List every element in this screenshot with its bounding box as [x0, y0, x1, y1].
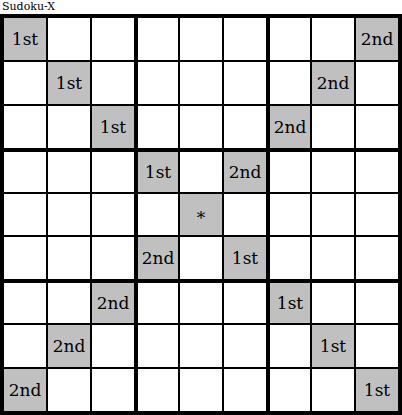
cell-r6c4[interactable]: 2nd [136, 237, 178, 279]
cell-r7c9[interactable] [356, 281, 398, 323]
cell-r4c4[interactable]: 1st [136, 150, 178, 192]
cell-r7c8[interactable] [312, 281, 354, 323]
cell-r1c4[interactable] [136, 18, 178, 60]
cell-r6c3[interactable] [92, 237, 134, 279]
cell-r6c7[interactable] [268, 237, 310, 279]
cell-r2c3[interactable] [92, 62, 134, 104]
cell-label: 2nd [97, 293, 130, 313]
cell-r3c9[interactable] [356, 106, 398, 148]
cell-r4c3[interactable] [92, 150, 134, 192]
cell-label: 2nd [317, 73, 350, 93]
cell-r1c3[interactable] [92, 18, 134, 60]
cell-label: 2nd [229, 162, 262, 182]
cell-r3c6[interactable] [224, 106, 266, 148]
cell-r1c7[interactable] [268, 18, 310, 60]
cell-r4c7[interactable] [268, 150, 310, 192]
cell-r8c1[interactable] [4, 325, 46, 367]
cell-label: 2nd [274, 117, 307, 137]
cell-r2c5[interactable] [180, 62, 222, 104]
cell-r3c2[interactable] [48, 106, 90, 148]
cell-r7c4[interactable] [136, 281, 178, 323]
cell-r7c7[interactable]: 1st [268, 281, 310, 323]
cell-r5c6[interactable] [224, 194, 266, 236]
cell-r3c5[interactable] [180, 106, 222, 148]
cell-r3c1[interactable] [4, 106, 46, 148]
cell-r9c1[interactable]: 2nd [4, 369, 46, 411]
cell-r6c6[interactable]: 1st [224, 237, 266, 279]
cell-r5c4[interactable] [136, 194, 178, 236]
cell-r2c6[interactable] [224, 62, 266, 104]
cell-r8c6[interactable] [224, 325, 266, 367]
cell-r9c3[interactable] [92, 369, 134, 411]
cell-r2c7[interactable] [268, 62, 310, 104]
cell-r1c1[interactable]: 1st [4, 18, 46, 60]
cell-r7c1[interactable] [4, 281, 46, 323]
cell-r1c2[interactable] [48, 18, 90, 60]
cell-r4c6[interactable]: 2nd [224, 150, 266, 192]
cell-r4c8[interactable] [312, 150, 354, 192]
cell-r5c5[interactable]: * [180, 194, 222, 236]
cell-r7c5[interactable] [180, 281, 222, 323]
cell-r9c8[interactable] [312, 369, 354, 411]
cell-label: 1st [100, 117, 126, 137]
cell-r8c9[interactable] [356, 325, 398, 367]
cell-label: 2nd [9, 380, 42, 400]
cell-r5c7[interactable] [268, 194, 310, 236]
cell-r2c4[interactable] [136, 62, 178, 104]
cell-r9c9[interactable]: 1st [356, 369, 398, 411]
cell-label: 2nd [53, 336, 86, 356]
cell-r9c4[interactable] [136, 369, 178, 411]
cell-r3c8[interactable] [312, 106, 354, 148]
cell-r3c7[interactable]: 2nd [268, 106, 310, 148]
sudoku-x-diagram: Sudoku-X 1st2nd1st2nd1st2nd1st2nd*2nd1st… [0, 0, 402, 415]
cell-label: 1st [56, 73, 82, 93]
cell-label: 1st [145, 162, 171, 182]
cell-label: 1st [232, 248, 258, 268]
cell-r9c2[interactable] [48, 369, 90, 411]
cell-r7c3[interactable]: 2nd [92, 281, 134, 323]
sudoku-grid: 1st2nd1st2nd1st2nd1st2nd*2nd1st2nd1st2nd… [0, 14, 402, 415]
cell-r9c5[interactable] [180, 369, 222, 411]
cell-label: 2nd [142, 248, 175, 268]
cell-r2c9[interactable] [356, 62, 398, 104]
cell-r7c2[interactable] [48, 281, 90, 323]
cell-r7c6[interactable] [224, 281, 266, 323]
cell-r6c5[interactable] [180, 237, 222, 279]
cell-r4c1[interactable] [4, 150, 46, 192]
cell-r8c5[interactable] [180, 325, 222, 367]
cell-r5c3[interactable] [92, 194, 134, 236]
cell-label: 1st [12, 29, 38, 49]
cell-r4c9[interactable] [356, 150, 398, 192]
cell-r2c8[interactable]: 2nd [312, 62, 354, 104]
cell-r8c3[interactable] [92, 325, 134, 367]
cell-r9c7[interactable] [268, 369, 310, 411]
cell-r6c2[interactable] [48, 237, 90, 279]
cell-r1c5[interactable] [180, 18, 222, 60]
cell-r5c9[interactable] [356, 194, 398, 236]
cell-label: 1st [320, 336, 346, 356]
cell-r1c8[interactable] [312, 18, 354, 60]
cell-r1c9[interactable]: 2nd [356, 18, 398, 60]
cell-r8c2[interactable]: 2nd [48, 325, 90, 367]
cell-label: 1st [277, 293, 303, 313]
cell-r8c4[interactable] [136, 325, 178, 367]
cell-r8c7[interactable] [268, 325, 310, 367]
cell-r3c4[interactable] [136, 106, 178, 148]
cell-r6c9[interactable] [356, 237, 398, 279]
cell-r8c8[interactable]: 1st [312, 325, 354, 367]
cell-r9c6[interactable] [224, 369, 266, 411]
cell-label: 1st [364, 380, 390, 400]
cell-r5c8[interactable] [312, 194, 354, 236]
cell-r5c2[interactable] [48, 194, 90, 236]
cell-r2c1[interactable] [4, 62, 46, 104]
cell-r4c2[interactable] [48, 150, 90, 192]
cell-r1c6[interactable] [224, 18, 266, 60]
cell-label: 2nd [361, 29, 394, 49]
page-title: Sudoku-X [0, 0, 402, 14]
cell-r5c1[interactable] [4, 194, 46, 236]
cell-r6c1[interactable] [4, 237, 46, 279]
cell-label: * [197, 208, 206, 228]
cell-r2c2[interactable]: 1st [48, 62, 90, 104]
cell-r6c8[interactable] [312, 237, 354, 279]
cell-r4c5[interactable] [180, 150, 222, 192]
cell-r3c3[interactable]: 1st [92, 106, 134, 148]
